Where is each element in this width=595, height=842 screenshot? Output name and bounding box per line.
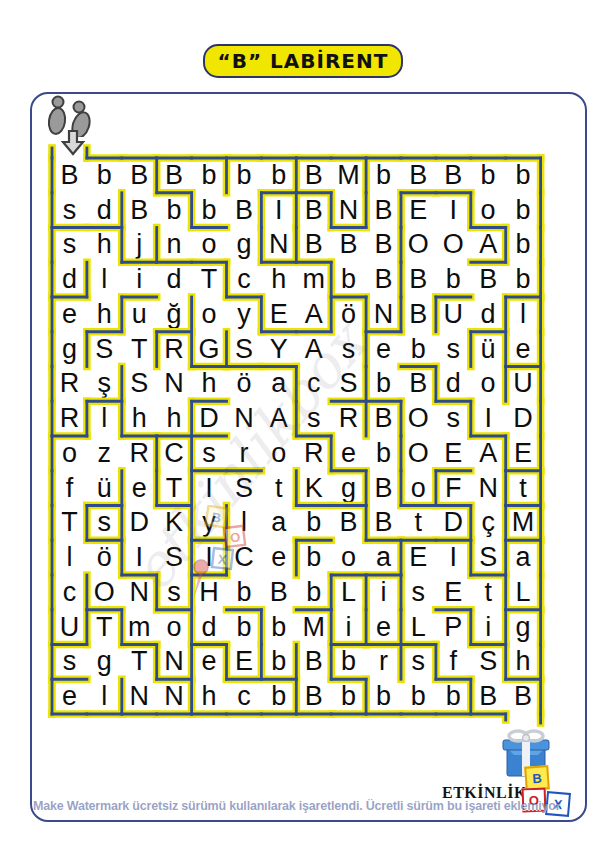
watermark-footer-text: Make Watermark ücretsiz sürümü kullanıla… [33,799,585,813]
down-arrow-icon [60,130,86,160]
page-title: “B” LABİRENT [203,44,403,78]
pushpin-icon [194,560,208,597]
watermark-logo-ghost: B O X [185,505,255,609]
page-title-text: “B” LABİRENT [218,49,389,73]
svg-text:O: O [229,529,241,545]
worksheet-page: “B” LABİRENT BbBBbbbBMbBBbbsdBbbBIBNBEIo… [0,0,595,842]
